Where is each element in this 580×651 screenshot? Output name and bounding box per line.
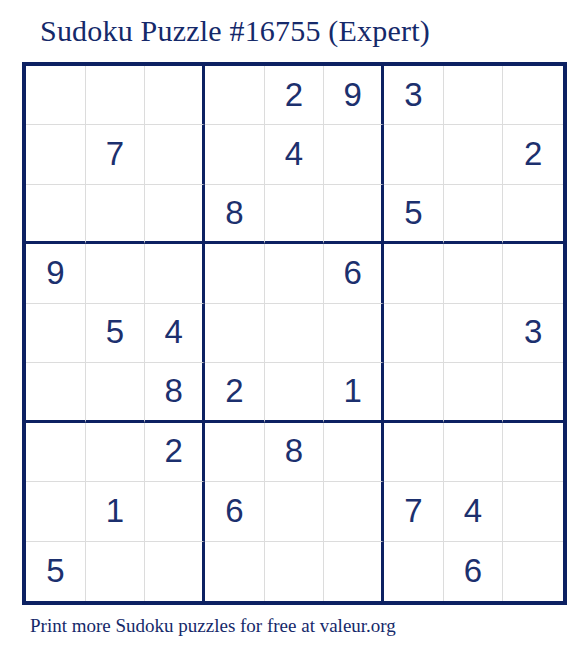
cell-r4c7 xyxy=(384,244,444,303)
cell-r5c9: 3 xyxy=(503,304,563,363)
cell-r4c8 xyxy=(444,244,504,303)
page-title: Sudoku Puzzle #16755 (Expert) xyxy=(40,12,430,50)
cell-r6c3: 8 xyxy=(145,363,205,422)
cell-r4c5 xyxy=(265,244,325,303)
sudoku-grid: 293742859654382128167456 xyxy=(22,62,567,605)
cell-r8c4: 6 xyxy=(205,482,265,541)
cell-r2c7 xyxy=(384,125,444,184)
cell-r3c5 xyxy=(265,185,325,244)
cell-r7c1 xyxy=(26,423,86,482)
cell-r2c1 xyxy=(26,125,86,184)
cell-r6c8 xyxy=(444,363,504,422)
cell-r8c1 xyxy=(26,482,86,541)
cell-r1c6: 9 xyxy=(324,66,384,125)
cell-r9c4 xyxy=(205,542,265,601)
cell-r4c4 xyxy=(205,244,265,303)
cell-r2c9: 2 xyxy=(503,125,563,184)
cell-r8c8: 4 xyxy=(444,482,504,541)
cell-r4c2 xyxy=(86,244,146,303)
cell-r1c7: 3 xyxy=(384,66,444,125)
cell-r6c1 xyxy=(26,363,86,422)
cell-r6c6: 1 xyxy=(324,363,384,422)
cell-r9c5 xyxy=(265,542,325,601)
footer-text: Print more Sudoku puzzles for free at va… xyxy=(30,615,396,637)
cell-r1c5: 2 xyxy=(265,66,325,125)
cell-r6c4: 2 xyxy=(205,363,265,422)
cell-r9c6 xyxy=(324,542,384,601)
cell-r9c8: 6 xyxy=(444,542,504,601)
cell-r3c4: 8 xyxy=(205,185,265,244)
cell-r1c8 xyxy=(444,66,504,125)
cell-r6c9 xyxy=(503,363,563,422)
cell-r3c2 xyxy=(86,185,146,244)
cell-r2c3 xyxy=(145,125,205,184)
cell-r8c2: 1 xyxy=(86,482,146,541)
cell-r3c3 xyxy=(145,185,205,244)
cell-r7c4 xyxy=(205,423,265,482)
cell-r2c5: 4 xyxy=(265,125,325,184)
cell-r2c4 xyxy=(205,125,265,184)
cell-r3c7: 5 xyxy=(384,185,444,244)
cell-r7c7 xyxy=(384,423,444,482)
cell-r6c7 xyxy=(384,363,444,422)
cell-r5c5 xyxy=(265,304,325,363)
cell-r3c9 xyxy=(503,185,563,244)
cell-r7c8 xyxy=(444,423,504,482)
cell-r3c8 xyxy=(444,185,504,244)
cell-r5c6 xyxy=(324,304,384,363)
cell-r9c3 xyxy=(145,542,205,601)
cell-r5c1 xyxy=(26,304,86,363)
cell-r8c5 xyxy=(265,482,325,541)
cell-r9c9 xyxy=(503,542,563,601)
cell-r5c8 xyxy=(444,304,504,363)
cell-r4c9 xyxy=(503,244,563,303)
cell-r3c6 xyxy=(324,185,384,244)
cell-r3c1 xyxy=(26,185,86,244)
cell-r7c3: 2 xyxy=(145,423,205,482)
cell-r5c4 xyxy=(205,304,265,363)
cell-r1c3 xyxy=(145,66,205,125)
cell-r6c5 xyxy=(265,363,325,422)
cell-r9c7 xyxy=(384,542,444,601)
cell-r4c6: 6 xyxy=(324,244,384,303)
cell-r5c2: 5 xyxy=(86,304,146,363)
cell-r7c2 xyxy=(86,423,146,482)
cell-r7c5: 8 xyxy=(265,423,325,482)
cell-r9c2 xyxy=(86,542,146,601)
cell-r8c7: 7 xyxy=(384,482,444,541)
cell-r2c6 xyxy=(324,125,384,184)
cell-r5c3: 4 xyxy=(145,304,205,363)
cell-r4c3 xyxy=(145,244,205,303)
cell-r8c6 xyxy=(324,482,384,541)
cell-r1c4 xyxy=(205,66,265,125)
cell-r8c3 xyxy=(145,482,205,541)
cell-r4c1: 9 xyxy=(26,244,86,303)
cell-r7c6 xyxy=(324,423,384,482)
cell-r9c1: 5 xyxy=(26,542,86,601)
cell-r1c9 xyxy=(503,66,563,125)
cell-r2c8 xyxy=(444,125,504,184)
cell-r5c7 xyxy=(384,304,444,363)
cell-r6c2 xyxy=(86,363,146,422)
cell-r1c2 xyxy=(86,66,146,125)
cell-r2c2: 7 xyxy=(86,125,146,184)
cell-r7c9 xyxy=(503,423,563,482)
cell-r1c1 xyxy=(26,66,86,125)
cell-r8c9 xyxy=(503,482,563,541)
